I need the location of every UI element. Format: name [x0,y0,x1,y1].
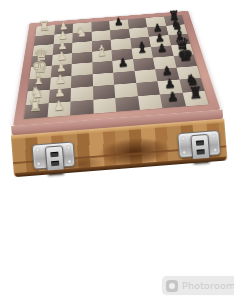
board-square [47,101,71,117]
board-square [24,103,48,119]
board-square [182,91,208,107]
board-square [93,98,116,114]
board-perspective: ♜♟♟♜♟♞♟♞♟♟♝♛♟♝♝♟♛♚♟♟♚♝♟♟♞♟♟♞♜♟♟♜ [2,6,224,126]
watermark-label: Photoroom [182,280,234,291]
chess-set: ♜♟♟♜♟♞♟♞♟♟♝♛♟♝♝♟♛♚♟♟♚♝♟♟♞♟♟♞♜♟♟♜ [1,0,228,184]
board-square [160,92,186,108]
board-square [138,94,163,110]
board-square [115,96,139,112]
latch-right-icon [177,130,221,158]
photoroom-watermark: Photoroom [162,276,234,295]
board-squares [24,15,209,119]
product-photo: ♜♟♟♜♟♞♟♞♟♟♝♛♟♝♝♟♛♚♟♟♚♝♟♟♞♟♟♞♜♟♟♜ [0,0,234,299]
chess-board: ♜♟♟♜♟♞♟♞♟♟♝♛♟♝♝♟♛♚♟♟♚♝♟♟♞♟♟♞♜♟♟♜ [13,11,220,126]
photoroom-logo-icon [166,280,178,292]
board-square [70,99,93,115]
latch-left-icon [32,141,76,169]
